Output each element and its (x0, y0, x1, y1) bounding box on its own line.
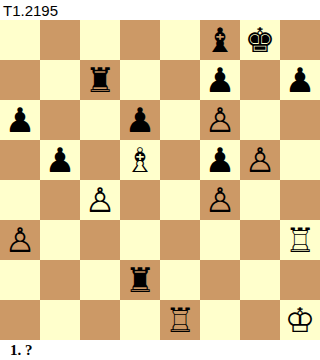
square-b6[interactable] (40, 100, 80, 140)
white-rook: ♖ (160, 300, 200, 340)
black-pawn: ♟ (40, 140, 80, 180)
square-c7[interactable]: ♜ (80, 60, 120, 100)
square-g6[interactable] (240, 100, 280, 140)
square-f6[interactable]: ♙ (200, 100, 240, 140)
chess-board: ♝♚♜♟♟♟♟♙♟♗♟♙♙♙♙♖♜♖♔ (0, 20, 320, 340)
square-g3[interactable] (240, 220, 280, 260)
white-pawn: ♙ (240, 140, 280, 180)
white-bishop: ♗ (120, 140, 160, 180)
square-a8[interactable] (0, 20, 40, 60)
square-d8[interactable] (120, 20, 160, 60)
square-e5[interactable] (160, 140, 200, 180)
square-h7[interactable]: ♟ (280, 60, 320, 100)
black-pawn: ♟ (200, 60, 240, 100)
square-g7[interactable] (240, 60, 280, 100)
square-h8[interactable] (280, 20, 320, 60)
black-pawn: ♟ (280, 60, 320, 100)
square-c3[interactable] (80, 220, 120, 260)
square-f1[interactable] (200, 300, 240, 340)
square-e2[interactable] (160, 260, 200, 300)
black-king: ♚ (240, 20, 280, 60)
square-c4[interactable]: ♙ (80, 180, 120, 220)
square-d2[interactable]: ♜ (120, 260, 160, 300)
white-rook: ♖ (280, 220, 320, 260)
square-a7[interactable] (0, 60, 40, 100)
square-e3[interactable] (160, 220, 200, 260)
square-c6[interactable] (80, 100, 120, 140)
square-g5[interactable]: ♙ (240, 140, 280, 180)
square-g8[interactable]: ♚ (240, 20, 280, 60)
white-pawn: ♙ (200, 180, 240, 220)
square-a6[interactable]: ♟ (0, 100, 40, 140)
square-e1[interactable]: ♖ (160, 300, 200, 340)
square-f7[interactable]: ♟ (200, 60, 240, 100)
white-king: ♔ (280, 300, 320, 340)
square-d1[interactable] (120, 300, 160, 340)
square-c8[interactable] (80, 20, 120, 60)
square-a1[interactable] (0, 300, 40, 340)
square-g4[interactable] (240, 180, 280, 220)
square-e4[interactable] (160, 180, 200, 220)
move-prompt: 1. ? (0, 340, 320, 360)
square-d6[interactable]: ♟ (120, 100, 160, 140)
square-c5[interactable] (80, 140, 120, 180)
black-rook: ♜ (120, 260, 160, 300)
black-rook: ♜ (80, 60, 120, 100)
black-pawn: ♟ (120, 100, 160, 140)
square-g1[interactable] (240, 300, 280, 340)
square-f5[interactable]: ♟ (200, 140, 240, 180)
square-e6[interactable] (160, 100, 200, 140)
square-d4[interactable] (120, 180, 160, 220)
square-b4[interactable] (40, 180, 80, 220)
chess-puzzle-window: T1.2195 ♝♚♜♟♟♟♟♙♟♗♟♙♙♙♙♖♜♖♔ 1. ? (0, 0, 320, 360)
square-f2[interactable] (200, 260, 240, 300)
square-h1[interactable]: ♔ (280, 300, 320, 340)
white-pawn: ♙ (0, 220, 40, 260)
square-b7[interactable] (40, 60, 80, 100)
square-h3[interactable]: ♖ (280, 220, 320, 260)
square-b8[interactable] (40, 20, 80, 60)
square-h6[interactable] (280, 100, 320, 140)
square-a4[interactable] (0, 180, 40, 220)
square-d3[interactable] (120, 220, 160, 260)
square-e8[interactable] (160, 20, 200, 60)
square-e7[interactable] (160, 60, 200, 100)
puzzle-id: T1.2195 (0, 0, 320, 20)
square-f3[interactable] (200, 220, 240, 260)
square-h4[interactable] (280, 180, 320, 220)
square-a2[interactable] (0, 260, 40, 300)
square-d7[interactable] (120, 60, 160, 100)
square-f4[interactable]: ♙ (200, 180, 240, 220)
square-b1[interactable] (40, 300, 80, 340)
square-a3[interactable]: ♙ (0, 220, 40, 260)
square-b5[interactable]: ♟ (40, 140, 80, 180)
square-b2[interactable] (40, 260, 80, 300)
white-pawn: ♙ (80, 180, 120, 220)
square-b3[interactable] (40, 220, 80, 260)
square-d5[interactable]: ♗ (120, 140, 160, 180)
white-pawn: ♙ (200, 100, 240, 140)
square-f8[interactable]: ♝ (200, 20, 240, 60)
square-c1[interactable] (80, 300, 120, 340)
square-h2[interactable] (280, 260, 320, 300)
black-bishop: ♝ (200, 20, 240, 60)
black-pawn: ♟ (0, 100, 40, 140)
square-a5[interactable] (0, 140, 40, 180)
square-g2[interactable] (240, 260, 280, 300)
square-c2[interactable] (80, 260, 120, 300)
square-h5[interactable] (280, 140, 320, 180)
black-pawn: ♟ (200, 140, 240, 180)
